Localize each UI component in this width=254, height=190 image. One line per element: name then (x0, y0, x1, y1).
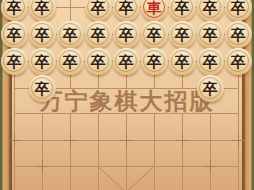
piece-character: 卒 (203, 27, 218, 42)
piece-black-soldier[interactable]: 卒 (141, 48, 168, 75)
position-marker (64, 134, 77, 147)
piece-black-soldier[interactable]: 卒 (169, 0, 196, 21)
piece-black-soldier[interactable]: 卒 (169, 21, 196, 48)
piece-black-soldier[interactable]: 卒 (85, 21, 112, 48)
position-marker (204, 160, 217, 173)
grid-line-vertical (98, 113, 99, 190)
grid-line-vertical (210, 113, 211, 190)
app-screen: 万宁象棋大招版 卒卒卒卒車卒卒卒卒卒卒卒卒卒卒卒卒卒卒卒卒卒卒卒卒卒卒卒 (0, 0, 254, 190)
grid-line-vertical (126, 113, 127, 190)
piece-character: 卒 (147, 27, 162, 42)
piece-black-soldier[interactable]: 卒 (85, 48, 112, 75)
piece-black-soldier[interactable]: 卒 (113, 0, 140, 21)
position-marker (8, 134, 21, 147)
piece-character: 卒 (203, 54, 218, 69)
piece-black-soldier[interactable]: 卒 (197, 0, 224, 21)
grid-line-vertical (42, 113, 43, 190)
grid-line-vertical (70, 113, 71, 190)
piece-character: 卒 (91, 27, 106, 42)
piece-black-soldier[interactable]: 卒 (57, 48, 84, 75)
xiangqi-board[interactable]: 万宁象棋大招版 卒卒卒卒車卒卒卒卒卒卒卒卒卒卒卒卒卒卒卒卒卒卒卒卒卒卒卒 (0, 0, 254, 190)
piece-black-soldier[interactable]: 卒 (57, 21, 84, 48)
piece-character: 卒 (91, 54, 106, 69)
piece-character: 卒 (63, 27, 78, 42)
piece-black-soldier[interactable]: 卒 (225, 0, 252, 21)
piece-black-soldier[interactable]: 卒 (197, 48, 224, 75)
piece-character: 卒 (175, 54, 190, 69)
palace-diagonal (126, 166, 155, 190)
piece-character: 卒 (35, 54, 50, 69)
piece-black-soldier[interactable]: 卒 (1, 21, 28, 48)
grid-line-vertical (154, 113, 155, 190)
piece-character: 卒 (231, 54, 246, 69)
piece-black-soldier[interactable]: 卒 (85, 0, 112, 21)
piece-black-soldier[interactable]: 卒 (113, 48, 140, 75)
piece-black-soldier[interactable]: 卒 (113, 21, 140, 48)
piece-character: 卒 (175, 0, 190, 15)
position-marker (232, 134, 245, 147)
piece-black-soldier[interactable]: 卒 (1, 48, 28, 75)
piece-black-soldier[interactable]: 卒 (29, 75, 56, 102)
palace-diagonal (98, 166, 127, 190)
piece-character: 卒 (7, 27, 22, 42)
piece-character: 卒 (231, 0, 246, 15)
position-marker (120, 134, 133, 147)
piece-character: 卒 (63, 54, 78, 69)
piece-red-chariot[interactable]: 車 (141, 0, 168, 21)
grid-line-vertical (182, 113, 183, 190)
piece-black-soldier[interactable]: 卒 (225, 48, 252, 75)
piece-character: 車 (147, 0, 162, 15)
position-marker (36, 160, 49, 173)
piece-character: 卒 (203, 0, 218, 15)
piece-character: 卒 (119, 27, 134, 42)
piece-character: 卒 (7, 0, 22, 15)
piece-character: 卒 (35, 0, 50, 15)
piece-character: 卒 (91, 0, 106, 15)
piece-black-soldier[interactable]: 卒 (29, 48, 56, 75)
piece-character: 卒 (35, 81, 50, 96)
piece-character: 卒 (147, 54, 162, 69)
piece-black-soldier[interactable]: 卒 (141, 21, 168, 48)
position-marker (176, 134, 189, 147)
piece-black-soldier[interactable]: 卒 (29, 21, 56, 48)
piece-character: 卒 (35, 27, 50, 42)
piece-black-soldier[interactable]: 卒 (225, 21, 252, 48)
piece-black-soldier[interactable]: 卒 (169, 48, 196, 75)
piece-black-soldier[interactable]: 卒 (29, 0, 56, 21)
piece-black-soldier[interactable]: 卒 (1, 0, 28, 21)
piece-black-soldier[interactable]: 卒 (197, 75, 224, 102)
piece-character: 卒 (7, 54, 22, 69)
piece-character: 卒 (119, 0, 134, 15)
piece-black-soldier[interactable]: 卒 (197, 21, 224, 48)
piece-character: 卒 (203, 81, 218, 96)
piece-character: 卒 (175, 27, 190, 42)
piece-character: 卒 (119, 54, 134, 69)
piece-character: 卒 (231, 27, 246, 42)
